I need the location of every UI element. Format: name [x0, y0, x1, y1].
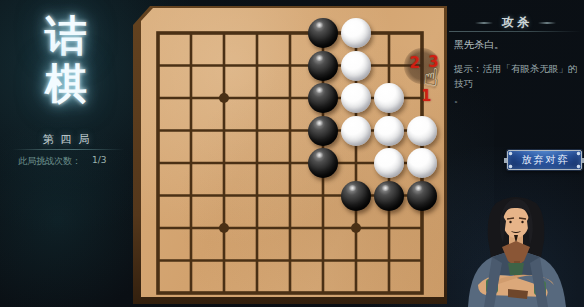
stone-white [341, 51, 371, 81]
round-label: 第四局 [0, 132, 132, 147]
right-panel: 攻杀 黑先杀白。 提示：活用「有眼杀无眼」的技巧 。 放弃对弈 [447, 0, 584, 307]
stone-white [407, 148, 437, 178]
stone-black [341, 181, 371, 211]
stone-white [374, 116, 404, 146]
hint-line-1: 提示：活用「有眼杀无眼」的技巧 [454, 61, 584, 91]
divider [449, 31, 581, 32]
stone-black [308, 148, 338, 178]
move-number-annotation: 2 [410, 54, 420, 72]
stone-black [308, 51, 338, 81]
stone-white [341, 116, 371, 146]
resign-button[interactable]: 放弃对弈 [507, 150, 582, 170]
attempts-label: 此局挑战次数： [18, 156, 81, 166]
game-screen: 诘棋 第四局 此局挑战次数： 1/3 231☝ 攻杀 黑先杀白。 提示：活用「有… [0, 0, 584, 307]
left-panel: 诘棋 第四局 此局挑战次数： 1/3 [0, 0, 132, 307]
character-portrait [448, 191, 584, 307]
stone-black [407, 181, 437, 211]
objective-title: 攻杀 [499, 14, 532, 31]
stone-white [341, 83, 371, 113]
hand-cursor-icon: ☝ [422, 63, 439, 92]
stone-black [308, 18, 338, 48]
stone-white [341, 18, 371, 48]
hint-text: 提示：活用「有眼杀无眼」的技巧 。 [454, 61, 584, 106]
objective-text: 黑先杀白。 [454, 38, 582, 52]
attempts-value: 1/3 [92, 155, 106, 165]
divider [12, 149, 124, 150]
hoshi-point [219, 93, 229, 103]
puzzle-title-calligraphy: 诘棋 [40, 12, 92, 108]
ornament-line [475, 22, 493, 24]
stone-black [374, 181, 404, 211]
stone-black [308, 116, 338, 146]
attempts-row: 此局挑战次数： 1/3 [18, 155, 128, 168]
board-surface[interactable]: 231☝ [141, 8, 444, 297]
stone-white [374, 148, 404, 178]
stone-white [407, 116, 437, 146]
hint-line-2: 。 [454, 91, 584, 106]
stone-white [374, 83, 404, 113]
hoshi-point [219, 223, 229, 233]
stone-black [308, 83, 338, 113]
hoshi-point [351, 223, 361, 233]
go-board: 231☝ [133, 6, 447, 304]
objective-header: 攻杀 [447, 14, 584, 31]
ornament-line [538, 22, 556, 24]
